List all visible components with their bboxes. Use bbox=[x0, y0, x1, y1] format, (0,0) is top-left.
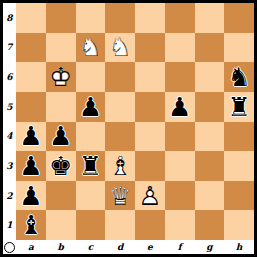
square-a3[interactable]: ♟ bbox=[16, 151, 46, 181]
square-h7[interactable] bbox=[224, 33, 254, 63]
file-label-e: e bbox=[135, 240, 165, 254]
white-knight[interactable]: ♞♘ bbox=[76, 33, 106, 63]
square-g3[interactable] bbox=[195, 151, 225, 181]
square-g7[interactable] bbox=[195, 33, 225, 63]
square-c2[interactable] bbox=[76, 181, 106, 211]
square-g1[interactable] bbox=[195, 210, 225, 240]
square-d8[interactable] bbox=[105, 3, 135, 33]
square-b3[interactable]: ♚ bbox=[46, 151, 76, 181]
file-label-d: d bbox=[105, 240, 135, 254]
square-h5[interactable]: ♜ bbox=[224, 92, 254, 122]
rank-label-3: 3 bbox=[3, 151, 16, 181]
black-rook[interactable]: ♜ bbox=[224, 92, 254, 122]
square-f4[interactable] bbox=[165, 122, 195, 152]
piece-outline-glyph: ♘ bbox=[105, 33, 135, 63]
square-b7[interactable] bbox=[46, 33, 76, 63]
square-d6[interactable] bbox=[105, 62, 135, 92]
square-c3[interactable]: ♜ bbox=[76, 151, 106, 181]
square-h4[interactable] bbox=[224, 122, 254, 152]
move-indicator-area bbox=[3, 240, 16, 254]
piece-outline-glyph: ♔ bbox=[46, 62, 76, 92]
square-e7[interactable] bbox=[135, 33, 165, 63]
rank-label-1: 1 bbox=[3, 210, 16, 240]
square-f7[interactable] bbox=[165, 33, 195, 63]
square-d1[interactable] bbox=[105, 210, 135, 240]
file-label-a: a bbox=[16, 240, 46, 254]
square-h3[interactable] bbox=[224, 151, 254, 181]
square-f1[interactable] bbox=[165, 210, 195, 240]
rank-label-2: 2 bbox=[3, 181, 16, 211]
rank-label-4: 4 bbox=[3, 122, 16, 152]
piece-glyph: ♟ bbox=[165, 92, 195, 122]
white-queen[interactable]: ♛♕ bbox=[105, 181, 135, 211]
black-pawn[interactable]: ♟ bbox=[165, 92, 195, 122]
piece-glyph: ♜ bbox=[224, 92, 254, 122]
piece-glyph: ♜ bbox=[76, 151, 106, 181]
square-a8[interactable] bbox=[16, 3, 46, 33]
square-h8[interactable] bbox=[224, 3, 254, 33]
black-bishop[interactable]: ♝ bbox=[16, 210, 46, 240]
rank-label-5: 5 bbox=[3, 92, 16, 122]
square-g5[interactable] bbox=[195, 92, 225, 122]
black-pawn[interactable]: ♟ bbox=[76, 92, 106, 122]
square-g8[interactable] bbox=[195, 3, 225, 33]
board: ♞♘♞♘♚♔♞♟♟♜♟♟♟♚♜♝♗♟♛♕♟♙♝ bbox=[16, 3, 254, 240]
piece-glyph: ♟ bbox=[16, 181, 46, 211]
rank-label-6: 6 bbox=[3, 62, 16, 92]
square-f8[interactable] bbox=[165, 3, 195, 33]
white-king[interactable]: ♚♔ bbox=[46, 62, 76, 92]
square-e5[interactable] bbox=[135, 92, 165, 122]
black-pawn[interactable]: ♟ bbox=[16, 122, 46, 152]
piece-outline-glyph: ♘ bbox=[76, 33, 106, 63]
black-rook[interactable]: ♜ bbox=[76, 151, 106, 181]
white-knight[interactable]: ♞♘ bbox=[105, 33, 135, 63]
white-bishop[interactable]: ♝♗ bbox=[105, 151, 135, 181]
piece-outline-glyph: ♕ bbox=[105, 181, 135, 211]
square-e2[interactable]: ♟♙ bbox=[135, 181, 165, 211]
chess-diagram: 87654321 ♞♘♞♘♚♔♞♟♟♜♟♟♟♚♜♝♗♟♛♕♟♙♝ abcdefg… bbox=[0, 0, 257, 257]
piece-glyph: ♝ bbox=[16, 210, 46, 240]
square-h6[interactable]: ♞ bbox=[224, 62, 254, 92]
square-a7[interactable] bbox=[16, 33, 46, 63]
square-e1[interactable] bbox=[135, 210, 165, 240]
square-g2[interactable] bbox=[195, 181, 225, 211]
square-e8[interactable] bbox=[135, 3, 165, 33]
square-a1[interactable]: ♝ bbox=[16, 210, 46, 240]
square-b4[interactable]: ♟ bbox=[46, 122, 76, 152]
square-d3[interactable]: ♝♗ bbox=[105, 151, 135, 181]
square-c5[interactable]: ♟ bbox=[76, 92, 106, 122]
square-b8[interactable] bbox=[46, 3, 76, 33]
square-e4[interactable] bbox=[135, 122, 165, 152]
file-label-h: h bbox=[224, 240, 254, 254]
square-c6[interactable] bbox=[76, 62, 106, 92]
black-king[interactable]: ♚ bbox=[46, 151, 76, 181]
file-label-f: f bbox=[165, 240, 195, 254]
rank-label-7: 7 bbox=[3, 33, 16, 63]
rank-label-8: 8 bbox=[3, 3, 16, 33]
piece-glyph: ♟ bbox=[16, 151, 46, 181]
square-d2[interactable]: ♛♕ bbox=[105, 181, 135, 211]
rank-labels: 87654321 bbox=[3, 3, 16, 240]
file-label-c: c bbox=[76, 240, 106, 254]
black-pawn[interactable]: ♟ bbox=[16, 151, 46, 181]
square-b6[interactable]: ♚♔ bbox=[46, 62, 76, 92]
square-c4[interactable] bbox=[76, 122, 106, 152]
square-a4[interactable]: ♟ bbox=[16, 122, 46, 152]
square-c7[interactable]: ♞♘ bbox=[76, 33, 106, 63]
square-g6[interactable] bbox=[195, 62, 225, 92]
square-f6[interactable] bbox=[165, 62, 195, 92]
square-b1[interactable] bbox=[46, 210, 76, 240]
black-pawn[interactable]: ♟ bbox=[46, 122, 76, 152]
square-a2[interactable]: ♟ bbox=[16, 181, 46, 211]
square-g4[interactable] bbox=[195, 122, 225, 152]
file-labels: abcdefgh bbox=[16, 240, 254, 254]
square-h2[interactable] bbox=[224, 181, 254, 211]
piece-glyph: ♞ bbox=[224, 62, 254, 92]
piece-outline-glyph: ♗ bbox=[105, 151, 135, 181]
square-f5[interactable]: ♟ bbox=[165, 92, 195, 122]
square-a5[interactable] bbox=[16, 92, 46, 122]
square-d5[interactable] bbox=[105, 92, 135, 122]
white-pawn[interactable]: ♟♙ bbox=[135, 181, 165, 211]
black-pawn[interactable]: ♟ bbox=[16, 181, 46, 211]
file-label-g: g bbox=[195, 240, 225, 254]
square-d7[interactable]: ♞♘ bbox=[105, 33, 135, 63]
square-c1[interactable] bbox=[76, 210, 106, 240]
square-b2[interactable] bbox=[46, 181, 76, 211]
piece-glyph: ♚ bbox=[46, 151, 76, 181]
piece-glyph: ♟ bbox=[16, 122, 46, 152]
white-to-move-indicator bbox=[4, 242, 15, 253]
square-h1[interactable] bbox=[224, 210, 254, 240]
square-b5[interactable] bbox=[46, 92, 76, 122]
piece-glyph: ♟ bbox=[46, 122, 76, 152]
piece-outline-glyph: ♙ bbox=[135, 181, 165, 211]
square-d4[interactable] bbox=[105, 122, 135, 152]
square-e6[interactable] bbox=[135, 62, 165, 92]
square-f3[interactable] bbox=[165, 151, 195, 181]
square-e3[interactable] bbox=[135, 151, 165, 181]
black-knight[interactable]: ♞ bbox=[224, 62, 254, 92]
file-label-b: b bbox=[46, 240, 76, 254]
piece-glyph: ♟ bbox=[76, 92, 106, 122]
square-c8[interactable] bbox=[76, 3, 106, 33]
square-f2[interactable] bbox=[165, 181, 195, 211]
square-a6[interactable] bbox=[16, 62, 46, 92]
